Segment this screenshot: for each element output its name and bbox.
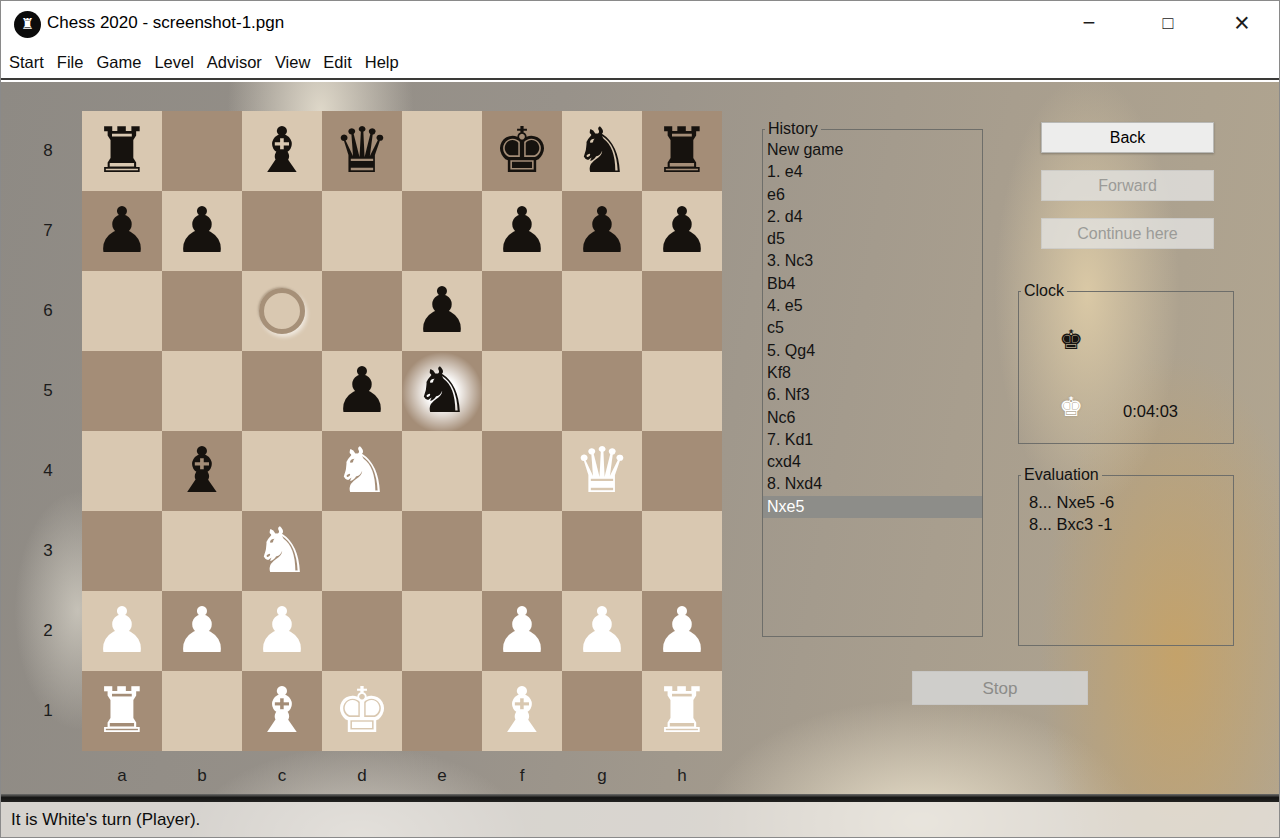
file-label-a: a — [82, 758, 162, 794]
history-item[interactable]: 5. Qg4 — [763, 340, 982, 362]
square-a8[interactable]: ♜ — [82, 111, 162, 191]
square-b3[interactable] — [162, 511, 242, 591]
square-c2[interactable]: ♟ — [242, 591, 322, 671]
square-e3[interactable] — [402, 511, 482, 591]
status-bar: It is White's turn (Player). — [1, 802, 1279, 838]
square-b8[interactable] — [162, 111, 242, 191]
white-bishop-f1[interactable]: ♝ — [482, 671, 562, 751]
black-pawn-g7[interactable]: ♟ — [562, 191, 642, 271]
white-pawn-c2[interactable]: ♟ — [242, 591, 322, 671]
rank-label-3: 3 — [35, 511, 61, 591]
history-item[interactable]: 1. e4 — [763, 161, 982, 183]
square-h2[interactable]: ♟ — [642, 591, 722, 671]
square-b2[interactable]: ♟ — [162, 591, 242, 671]
menu-bar: StartFileGameLevelAdvisorViewEditHelp — [1, 47, 1279, 80]
square-e6[interactable]: ♟ — [402, 271, 482, 351]
square-g8[interactable]: ♞ — [562, 111, 642, 191]
square-f1[interactable]: ♝ — [482, 671, 562, 751]
rank-label-5: 5 — [35, 351, 61, 431]
black-pawn-e6[interactable]: ♟ — [402, 271, 482, 351]
rank-label-7: 7 — [35, 191, 61, 271]
maximize-button[interactable]: □ — [1145, 1, 1191, 45]
square-d7[interactable] — [322, 191, 402, 271]
square-e1[interactable] — [402, 671, 482, 751]
evaluation-line: 8... Nxe5 -6 — [1029, 491, 1233, 513]
stop-button[interactable]: Stop — [912, 671, 1088, 705]
black-rook-a8[interactable]: ♜ — [82, 111, 162, 191]
history-item[interactable]: 3. Nc3 — [763, 250, 982, 272]
clock-panel-label: Clock — [1021, 282, 1067, 300]
black-rook-h8[interactable]: ♜ — [642, 111, 722, 191]
white-king-d1[interactable]: ♚ — [322, 671, 402, 751]
black-knight-g8[interactable]: ♞ — [562, 111, 642, 191]
square-h1[interactable]: ♜ — [642, 671, 722, 751]
history-item[interactable]: c5 — [763, 317, 982, 339]
square-g1[interactable] — [562, 671, 642, 751]
forward-button[interactable]: Forward — [1041, 170, 1214, 201]
clock-panel: Clock ♚ ♚ 0:04:03 — [1018, 282, 1234, 444]
rank-label-4: 4 — [35, 431, 61, 511]
square-b7[interactable]: ♟ — [162, 191, 242, 271]
square-g3[interactable] — [562, 511, 642, 591]
black-bishop-c8[interactable]: ♝ — [242, 111, 322, 191]
square-b4[interactable]: ♝ — [162, 431, 242, 511]
menu-item-game[interactable]: Game — [96, 53, 141, 72]
square-f7[interactable]: ♟ — [482, 191, 562, 271]
square-g7[interactable]: ♟ — [562, 191, 642, 271]
square-g5[interactable] — [562, 351, 642, 431]
file-label-b: b — [162, 758, 242, 794]
square-d6[interactable] — [322, 271, 402, 351]
white-rook-a1[interactable]: ♜ — [82, 671, 162, 751]
file-label-h: h — [642, 758, 722, 794]
history-item[interactable]: Kf8 — [763, 362, 982, 384]
rank-label-2: 2 — [35, 591, 61, 671]
menu-item-view[interactable]: View — [275, 53, 310, 72]
white-pawn-g2[interactable]: ♟ — [562, 591, 642, 671]
black-pawn-h7[interactable]: ♟ — [642, 191, 722, 271]
square-d3[interactable] — [322, 511, 402, 591]
white-king-clock-icon: ♚ — [1059, 391, 1083, 422]
history-item[interactable]: 6. Nf3 — [763, 384, 982, 406]
black-pawn-f7[interactable]: ♟ — [482, 191, 562, 271]
black-pawn-b7[interactable]: ♟ — [162, 191, 242, 271]
history-item[interactable]: Nc6 — [763, 407, 982, 429]
square-c4[interactable] — [242, 431, 322, 511]
square-d5[interactable]: ♟ — [322, 351, 402, 431]
menu-item-file[interactable]: File — [57, 53, 84, 72]
square-h3[interactable] — [642, 511, 722, 591]
square-e2[interactable] — [402, 591, 482, 671]
history-item[interactable]: d5 — [763, 228, 982, 250]
rank-label-1: 1 — [35, 671, 61, 751]
menu-item-advisor[interactable]: Advisor — [207, 53, 262, 72]
square-a1[interactable]: ♜ — [82, 671, 162, 751]
square-h4[interactable] — [642, 431, 722, 511]
square-e7[interactable] — [402, 191, 482, 271]
square-f4[interactable] — [482, 431, 562, 511]
close-button[interactable]: × — [1219, 1, 1265, 45]
white-knight-c3[interactable]: ♞ — [242, 511, 322, 591]
square-h8[interactable]: ♜ — [642, 111, 722, 191]
black-pawn-d5[interactable]: ♟ — [322, 351, 402, 431]
black-king-f8[interactable]: ♚ — [482, 111, 562, 191]
white-bishop-c1[interactable]: ♝ — [242, 671, 322, 751]
square-c1[interactable]: ♝ — [242, 671, 322, 751]
minimize-button[interactable]: − — [1066, 1, 1112, 45]
white-clock-time: 0:04:03 — [1123, 402, 1178, 421]
black-pawn-a7[interactable]: ♟ — [82, 191, 162, 271]
status-text: It is White's turn (Player). — [11, 802, 200, 838]
white-rook-h1[interactable]: ♜ — [642, 671, 722, 751]
history-item[interactable]: e6 — [763, 184, 982, 206]
history-panel-label: History — [765, 120, 821, 138]
square-c6[interactable] — [242, 271, 322, 351]
menu-item-edit[interactable]: Edit — [323, 53, 351, 72]
square-f6[interactable] — [482, 271, 562, 351]
square-a5[interactable] — [82, 351, 162, 431]
history-item[interactable]: 4. e5 — [763, 295, 982, 317]
white-pawn-h2[interactable]: ♟ — [642, 591, 722, 671]
black-queen-d8[interactable]: ♛ — [322, 111, 402, 191]
square-b1[interactable] — [162, 671, 242, 751]
bottom-divider-line — [1, 794, 1279, 802]
menu-item-start[interactable]: Start — [9, 53, 44, 72]
square-a7[interactable]: ♟ — [82, 191, 162, 271]
square-f3[interactable] — [482, 511, 562, 591]
move-origin-ring-icon — [259, 288, 305, 334]
square-d2[interactable] — [322, 591, 402, 671]
menu-item-level[interactable]: Level — [154, 53, 193, 72]
title-bar: ♜ Chess 2020 - screenshot-1.pgn − □ × — [1, 1, 1279, 47]
history-item[interactable]: 2. d4 — [763, 206, 982, 228]
history-item[interactable]: cxd4 — [763, 451, 982, 473]
square-f5[interactable] — [482, 351, 562, 431]
history-item[interactable]: 7. Kd1 — [763, 429, 982, 451]
history-item[interactable]: Bb4 — [763, 273, 982, 295]
square-e8[interactable] — [402, 111, 482, 191]
square-h7[interactable]: ♟ — [642, 191, 722, 271]
square-c8[interactable]: ♝ — [242, 111, 322, 191]
file-label-f: f — [482, 758, 562, 794]
window-title: Chess 2020 - screenshot-1.pgn — [47, 13, 284, 33]
square-d8[interactable]: ♛ — [322, 111, 402, 191]
square-c5[interactable] — [242, 351, 322, 431]
square-d4[interactable]: ♞ — [322, 431, 402, 511]
back-button[interactable]: Back — [1041, 122, 1214, 153]
square-b5[interactable] — [162, 351, 242, 431]
black-knight-e5[interactable]: ♞ — [402, 351, 482, 431]
app-rook-icon: ♜ — [14, 11, 41, 38]
square-f2[interactable]: ♟ — [482, 591, 562, 671]
chess-board: ♜♝♛♚♞♜♟♟♟♟♟♟♟♞♝♞♛♞♟♟♟♟♟♟♜♝♚♝♜ — [82, 111, 722, 751]
square-a3[interactable] — [82, 511, 162, 591]
evaluation-lines: 8... Nxe5 -68... Bxc3 -1 — [1019, 484, 1233, 535]
file-label-e: e — [402, 758, 482, 794]
rank-label-8: 8 — [35, 111, 61, 191]
square-a2[interactable]: ♟ — [82, 591, 162, 671]
square-g6[interactable] — [562, 271, 642, 351]
white-knight-d4[interactable]: ♞ — [322, 431, 402, 511]
square-g4[interactable]: ♛ — [562, 431, 642, 511]
white-pawn-a2[interactable]: ♟ — [82, 591, 162, 671]
black-king-clock-icon: ♚ — [1059, 324, 1083, 355]
square-e5[interactable]: ♞ — [402, 351, 482, 431]
square-c7[interactable] — [242, 191, 322, 271]
evaluation-line: 8... Bxc3 -1 — [1029, 513, 1233, 535]
history-item[interactable]: 8. Nxd4 — [763, 473, 982, 495]
history-item[interactable]: New game — [763, 139, 982, 161]
file-label-d: d — [322, 758, 402, 794]
square-e4[interactable] — [402, 431, 482, 511]
square-d1[interactable]: ♚ — [322, 671, 402, 751]
white-pawn-b2[interactable]: ♟ — [162, 591, 242, 671]
history-item-selected[interactable]: Nxe5 — [763, 496, 982, 518]
rank-labels: 87654321 — [35, 111, 61, 751]
black-bishop-b4[interactable]: ♝ — [162, 431, 242, 511]
square-f8[interactable]: ♚ — [482, 111, 562, 191]
evaluation-panel: Evaluation 8... Nxe5 -68... Bxc3 -1 — [1018, 466, 1234, 646]
app-window: ♜ Chess 2020 - screenshot-1.pgn − □ × St… — [0, 0, 1280, 838]
file-label-g: g — [562, 758, 642, 794]
square-a6[interactable] — [82, 271, 162, 351]
history-panel: History New game1. e4e62. d4d53. Nc3Bb44… — [762, 120, 983, 637]
menu-item-help[interactable]: Help — [365, 53, 399, 72]
square-c3[interactable]: ♞ — [242, 511, 322, 591]
square-h5[interactable] — [642, 351, 722, 431]
file-labels: abcdefgh — [82, 758, 722, 794]
white-pawn-f2[interactable]: ♟ — [482, 591, 562, 671]
evaluation-panel-label: Evaluation — [1021, 466, 1102, 484]
square-g2[interactable]: ♟ — [562, 591, 642, 671]
history-list: New game1. e4e62. d4d53. Nc3Bb44. e5c55.… — [763, 138, 982, 518]
square-h6[interactable] — [642, 271, 722, 351]
continue-here-button[interactable]: Continue here — [1041, 218, 1214, 249]
rank-label-6: 6 — [35, 271, 61, 351]
square-a4[interactable] — [82, 431, 162, 511]
square-b6[interactable] — [162, 271, 242, 351]
file-label-c: c — [242, 758, 322, 794]
white-queen-g4[interactable]: ♛ — [562, 431, 642, 511]
